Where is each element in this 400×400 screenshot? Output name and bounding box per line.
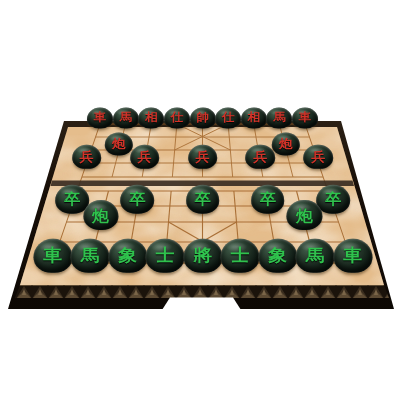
xiangqi-piece-green[interactable]: 車 [33, 239, 72, 273]
piece-character: 相 [145, 112, 157, 123]
piece-character: 仕 [222, 112, 234, 123]
xiangqi-piece-red[interactable]: 帥 [190, 108, 216, 129]
piece-character: 將 [193, 248, 212, 265]
piece-character: 仕 [171, 112, 183, 123]
xiangqi-piece-red[interactable]: 兵 [188, 145, 218, 169]
xiangqi-piece-green[interactable]: 卒 [120, 185, 154, 214]
piece-character: 車 [299, 112, 311, 123]
piece-character: 卒 [129, 192, 145, 207]
xiangqi-piece-green[interactable]: 車 [333, 239, 372, 273]
xiangqi-piece-green[interactable]: 象 [258, 239, 297, 273]
xiangqi-piece-red[interactable]: 炮 [105, 132, 133, 155]
xiangqi-piece-green[interactable]: 象 [108, 239, 147, 273]
xiangqi-piece-green[interactable]: 卒 [251, 185, 285, 214]
piece-character: 車 [43, 248, 62, 265]
pieces-layer: 車馬相仕帥仕相馬車炮炮兵兵兵兵兵卒卒卒卒卒炮炮車馬象士將士象馬車 [0, 0, 400, 400]
xiangqi-piece-green[interactable]: 炮 [83, 200, 118, 230]
piece-character: 炮 [112, 138, 126, 151]
piece-character: 士 [231, 248, 250, 265]
piece-character: 炮 [279, 138, 293, 151]
piece-character: 車 [94, 112, 106, 123]
xiangqi-piece-red[interactable]: 炮 [272, 132, 300, 155]
piece-character: 馬 [119, 112, 131, 123]
piece-character: 帥 [196, 112, 208, 123]
xiangqi-piece-green[interactable]: 炮 [287, 200, 322, 230]
piece-character: 馬 [273, 112, 285, 123]
piece-character: 炮 [296, 207, 313, 223]
xiangqi-piece-green[interactable]: 將 [183, 239, 222, 273]
piece-character: 兵 [80, 150, 94, 163]
xiangqi-piece-green[interactable]: 馬 [71, 239, 110, 273]
piece-character: 卒 [64, 192, 80, 207]
piece-character: 車 [343, 248, 362, 265]
piece-character: 象 [268, 248, 287, 265]
xiangqi-piece-red[interactable]: 相 [138, 108, 164, 129]
piece-character: 兵 [311, 150, 325, 163]
piece-character: 士 [156, 248, 175, 265]
xiangqi-piece-red[interactable]: 仕 [215, 108, 241, 129]
xiangqi-piece-green[interactable]: 士 [221, 239, 260, 273]
xiangqi-piece-green[interactable]: 士 [146, 239, 185, 273]
piece-character: 卒 [194, 192, 210, 207]
xiangqi-piece-green[interactable]: 卒 [316, 185, 350, 214]
piece-character: 卒 [325, 192, 341, 207]
piece-character: 兵 [195, 150, 209, 163]
piece-character: 卒 [260, 192, 276, 207]
piece-character: 兵 [253, 150, 267, 163]
xiangqi-piece-green[interactable]: 馬 [296, 239, 335, 273]
piece-character: 馬 [81, 248, 100, 265]
xiangqi-piece-green[interactable]: 卒 [186, 185, 220, 214]
xiangqi-piece-red[interactable]: 馬 [266, 108, 292, 129]
xiangqi-piece-red[interactable]: 兵 [72, 145, 102, 169]
xiangqi-piece-red[interactable]: 車 [292, 108, 318, 129]
piece-character: 馬 [306, 248, 325, 265]
xiangqi-piece-red[interactable]: 兵 [130, 145, 160, 169]
xiangqi-piece-red[interactable]: 相 [241, 108, 267, 129]
piece-character: 兵 [137, 150, 151, 163]
piece-character: 相 [248, 112, 260, 123]
xiangqi-piece-red[interactable]: 仕 [164, 108, 190, 129]
product-photo: 車馬相仕帥仕相馬車炮炮兵兵兵兵兵卒卒卒卒卒炮炮車馬象士將士象馬車 [0, 0, 400, 400]
piece-character: 象 [118, 248, 137, 265]
xiangqi-piece-red[interactable]: 兵 [246, 145, 276, 169]
xiangqi-piece-red[interactable]: 馬 [113, 108, 139, 129]
piece-character: 炮 [92, 207, 109, 223]
xiangqi-piece-red[interactable]: 車 [87, 108, 113, 129]
xiangqi-piece-red[interactable]: 兵 [303, 145, 333, 169]
